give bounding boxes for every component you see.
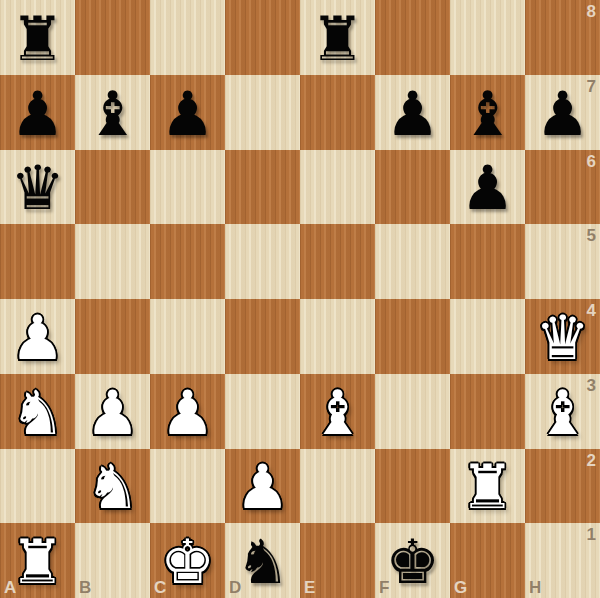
square-e3[interactable]: ♝: [300, 374, 375, 449]
square-c1[interactable]: ♚C: [150, 523, 225, 598]
piece-white-pawn[interactable]: ♟: [160, 382, 215, 443]
square-h2[interactable]: 2: [525, 449, 600, 524]
square-b5[interactable]: [75, 224, 150, 299]
file-label-c: C: [154, 579, 166, 596]
square-h4[interactable]: ♛4: [525, 299, 600, 374]
square-e7[interactable]: [300, 75, 375, 150]
file-label-e: E: [304, 579, 315, 596]
square-g4[interactable]: [450, 299, 525, 374]
square-e6[interactable]: [300, 150, 375, 225]
square-b4[interactable]: [75, 299, 150, 374]
square-g3[interactable]: [450, 374, 525, 449]
square-c8[interactable]: [150, 0, 225, 75]
piece-black-knight[interactable]: ♞: [235, 531, 290, 592]
square-d1[interactable]: ♞D: [225, 523, 300, 598]
file-label-f: F: [379, 579, 389, 596]
square-g6[interactable]: ♟: [450, 150, 525, 225]
piece-white-king[interactable]: ♚: [160, 531, 215, 592]
square-c6[interactable]: [150, 150, 225, 225]
square-a3[interactable]: ♞: [0, 374, 75, 449]
rank-label-1: 1: [587, 526, 596, 543]
piece-black-bishop[interactable]: ♝: [85, 83, 140, 144]
piece-black-pawn[interactable]: ♟: [10, 83, 65, 144]
square-b7[interactable]: ♝: [75, 75, 150, 150]
square-b2[interactable]: ♞: [75, 449, 150, 524]
square-h1[interactable]: 1H: [525, 523, 600, 598]
square-b8[interactable]: [75, 0, 150, 75]
square-f3[interactable]: [375, 374, 450, 449]
square-a7[interactable]: ♟: [0, 75, 75, 150]
square-f5[interactable]: [375, 224, 450, 299]
piece-white-rook[interactable]: ♜: [460, 456, 515, 517]
square-h8[interactable]: 8: [525, 0, 600, 75]
piece-black-pawn[interactable]: ♟: [160, 83, 215, 144]
rank-label-8: 8: [587, 3, 596, 20]
file-label-g: G: [454, 579, 467, 596]
rank-label-7: 7: [587, 78, 596, 95]
file-label-b: B: [79, 579, 91, 596]
rank-label-3: 3: [587, 377, 596, 394]
rank-label-4: 4: [587, 302, 596, 319]
square-h5[interactable]: 5: [525, 224, 600, 299]
piece-white-knight[interactable]: ♞: [10, 382, 65, 443]
square-g2[interactable]: ♜: [450, 449, 525, 524]
square-a8[interactable]: ♜: [0, 0, 75, 75]
square-c3[interactable]: ♟: [150, 374, 225, 449]
square-c4[interactable]: [150, 299, 225, 374]
piece-white-bishop[interactable]: ♝: [310, 382, 365, 443]
rank-label-5: 5: [587, 227, 596, 244]
square-d3[interactable]: [225, 374, 300, 449]
file-label-d: D: [229, 579, 241, 596]
square-d6[interactable]: [225, 150, 300, 225]
piece-black-queen[interactable]: ♛: [10, 157, 65, 218]
square-b1[interactable]: B: [75, 523, 150, 598]
square-f4[interactable]: [375, 299, 450, 374]
piece-white-pawn[interactable]: ♟: [10, 307, 65, 368]
square-h3[interactable]: ♝3: [525, 374, 600, 449]
piece-black-pawn[interactable]: ♟: [535, 83, 590, 144]
square-g1[interactable]: G: [450, 523, 525, 598]
square-d4[interactable]: [225, 299, 300, 374]
square-d8[interactable]: [225, 0, 300, 75]
piece-black-king[interactable]: ♚: [385, 531, 440, 592]
piece-white-knight[interactable]: ♞: [85, 456, 140, 517]
piece-black-rook[interactable]: ♜: [310, 8, 365, 69]
square-d7[interactable]: [225, 75, 300, 150]
square-b6[interactable]: [75, 150, 150, 225]
square-a1[interactable]: ♜A: [0, 523, 75, 598]
square-f7[interactable]: ♟: [375, 75, 450, 150]
piece-black-pawn[interactable]: ♟: [385, 83, 440, 144]
square-g5[interactable]: [450, 224, 525, 299]
square-a5[interactable]: [0, 224, 75, 299]
square-e1[interactable]: E: [300, 523, 375, 598]
square-a4[interactable]: ♟: [0, 299, 75, 374]
piece-black-pawn[interactable]: ♟: [460, 157, 515, 218]
square-d5[interactable]: [225, 224, 300, 299]
rank-label-2: 2: [587, 452, 596, 469]
piece-white-bishop[interactable]: ♝: [535, 382, 590, 443]
square-h6[interactable]: 6: [525, 150, 600, 225]
square-a6[interactable]: ♛: [0, 150, 75, 225]
square-e8[interactable]: ♜: [300, 0, 375, 75]
piece-white-rook[interactable]: ♜: [10, 531, 65, 592]
chess-board: ♜♜8♟♝♟♟♝♟7♛♟65♟♛4♞♟♟♝♝3♞♟♜2♜AB♚C♞DE♚FG1H: [0, 0, 600, 598]
square-e2[interactable]: [300, 449, 375, 524]
square-g8[interactable]: [450, 0, 525, 75]
square-f8[interactable]: [375, 0, 450, 75]
square-c2[interactable]: [150, 449, 225, 524]
square-g7[interactable]: ♝: [450, 75, 525, 150]
file-label-h: H: [529, 579, 541, 596]
file-label-a: A: [4, 579, 16, 596]
square-d2[interactable]: ♟: [225, 449, 300, 524]
square-f1[interactable]: ♚F: [375, 523, 450, 598]
piece-white-pawn[interactable]: ♟: [85, 382, 140, 443]
square-c5[interactable]: [150, 224, 225, 299]
square-e4[interactable]: [300, 299, 375, 374]
piece-black-rook[interactable]: ♜: [10, 8, 65, 69]
square-a2[interactable]: [0, 449, 75, 524]
square-h7[interactable]: ♟7: [525, 75, 600, 150]
piece-black-bishop[interactable]: ♝: [460, 83, 515, 144]
piece-white-queen[interactable]: ♛: [535, 307, 590, 368]
square-c7[interactable]: ♟: [150, 75, 225, 150]
square-e5[interactable]: [300, 224, 375, 299]
piece-white-pawn[interactable]: ♟: [235, 456, 290, 517]
square-f6[interactable]: [375, 150, 450, 225]
square-f2[interactable]: [375, 449, 450, 524]
square-b3[interactable]: ♟: [75, 374, 150, 449]
rank-label-6: 6: [587, 153, 596, 170]
